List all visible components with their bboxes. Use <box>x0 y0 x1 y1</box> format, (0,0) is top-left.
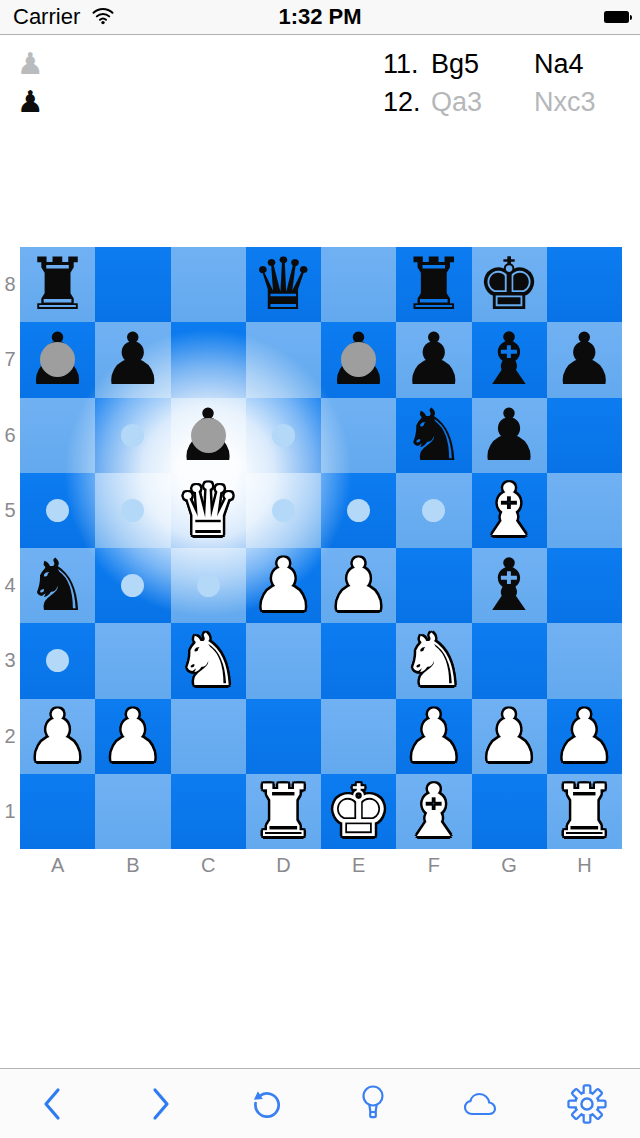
white-pawn[interactable]: ♟ <box>477 699 542 774</box>
square-c2[interactable] <box>171 699 246 774</box>
white-pawn[interactable]: ♟ <box>251 548 316 623</box>
square-e2[interactable] <box>321 699 396 774</box>
capture-target-marker <box>191 418 226 453</box>
rank-label: 2 <box>0 699 20 774</box>
chevron-right-icon <box>147 1086 173 1122</box>
square-f1[interactable]: ♝ <box>396 774 471 849</box>
rank-label: 1 <box>0 774 20 849</box>
white-knight[interactable]: ♞ <box>402 623 467 698</box>
move-number: 12. <box>383 84 421 120</box>
square-g2[interactable]: ♟ <box>472 699 547 774</box>
square-d2[interactable] <box>246 699 321 774</box>
white-rook[interactable]: ♜ <box>251 774 316 849</box>
legal-move-dot[interactable] <box>197 574 220 597</box>
black-king[interactable]: ♚ <box>477 247 542 322</box>
square-d1[interactable]: ♜ <box>246 774 321 849</box>
square-h5[interactable] <box>547 473 622 548</box>
toolbar <box>0 1068 640 1138</box>
square-h3[interactable] <box>547 623 622 698</box>
square-f8[interactable]: ♜ <box>396 247 471 322</box>
square-f5[interactable] <box>396 473 471 548</box>
square-c5[interactable]: ♛ <box>171 473 246 548</box>
chess-board: ♜♛♜♚♟♟♟♟♝♟♟♞♟♛♝♞♟♟♝♞♞♟♟♟♟♟♜♚♝♜ <box>20 247 622 849</box>
square-f4[interactable] <box>396 548 471 623</box>
square-d8[interactable]: ♛ <box>246 247 321 322</box>
square-g6[interactable]: ♟ <box>472 398 547 473</box>
chevron-left-icon <box>40 1086 66 1122</box>
square-d6[interactable] <box>246 398 321 473</box>
square-g5[interactable]: ♝ <box>472 473 547 548</box>
square-b3[interactable] <box>95 623 170 698</box>
white-pawn[interactable]: ♟ <box>402 699 467 774</box>
square-b8[interactable] <box>95 247 170 322</box>
rank-label: 8 <box>0 247 20 322</box>
black-move[interactable]: Nxc3 <box>534 84 596 120</box>
square-c6[interactable]: ♟ <box>171 398 246 473</box>
square-d3[interactable] <box>246 623 321 698</box>
square-g7[interactable]: ♝ <box>472 322 547 397</box>
square-d7[interactable] <box>246 322 321 397</box>
square-b7[interactable]: ♟ <box>95 322 170 397</box>
undo-arrow-icon <box>248 1085 286 1123</box>
white-move[interactable]: Qa3 <box>431 84 482 120</box>
square-c3[interactable]: ♞ <box>171 623 246 698</box>
square-b4[interactable] <box>95 548 170 623</box>
legal-move-dot[interactable] <box>347 499 370 522</box>
move-row: ♟ 11. Bg5 Na4 <box>0 46 640 82</box>
square-h2[interactable]: ♟ <box>547 699 622 774</box>
black-pawn-icon: ♟ <box>17 84 44 120</box>
black-pawn[interactable]: ♟ <box>101 322 166 397</box>
square-a5[interactable] <box>20 473 95 548</box>
black-pawn[interactable]: ♟ <box>477 398 542 473</box>
app-screen: Carrier 1:32 PM ♟ 11. Bg5 Na4 ♟ 12. Qa3 … <box>0 0 640 1138</box>
square-d5[interactable] <box>246 473 321 548</box>
square-a8[interactable]: ♜ <box>20 247 95 322</box>
move-row: ♟ 12. Qa3 Nxc3 <box>0 84 640 120</box>
gear-icon <box>567 1084 607 1124</box>
square-g3[interactable] <box>472 623 547 698</box>
square-e7[interactable]: ♟ <box>321 322 396 397</box>
square-e3[interactable] <box>321 623 396 698</box>
square-a7[interactable]: ♟ <box>20 322 95 397</box>
white-king[interactable]: ♚ <box>326 774 391 849</box>
square-e6[interactable] <box>321 398 396 473</box>
legal-move-dot[interactable] <box>121 574 144 597</box>
rank-label: 3 <box>0 623 20 698</box>
square-b6[interactable] <box>95 398 170 473</box>
next-move-button[interactable] <box>107 1069 214 1138</box>
square-a3[interactable] <box>20 623 95 698</box>
rank-label: 7 <box>0 322 20 397</box>
legal-move-dot[interactable] <box>272 424 295 447</box>
square-a4[interactable]: ♞ <box>20 548 95 623</box>
previous-move-button[interactable] <box>0 1069 107 1138</box>
black-bishop[interactable]: ♝ <box>477 548 542 623</box>
square-c1[interactable] <box>171 774 246 849</box>
square-b5[interactable] <box>95 473 170 548</box>
battery-icon <box>604 11 633 23</box>
square-e4[interactable]: ♟ <box>321 548 396 623</box>
square-h4[interactable] <box>547 548 622 623</box>
square-a2[interactable]: ♟ <box>20 699 95 774</box>
square-g8[interactable]: ♚ <box>472 247 547 322</box>
square-h7[interactable]: ♟ <box>547 322 622 397</box>
black-pawn[interactable]: ♟ <box>552 322 617 397</box>
white-move[interactable]: Bg5 <box>431 46 479 82</box>
file-label: A <box>20 852 95 878</box>
legal-move-dot[interactable] <box>422 499 445 522</box>
rank-label: 5 <box>0 473 20 548</box>
square-b2[interactable]: ♟ <box>95 699 170 774</box>
file-label: C <box>171 852 246 878</box>
square-a1[interactable] <box>20 774 95 849</box>
black-knight[interactable]: ♞ <box>402 398 467 473</box>
legal-move-dot[interactable] <box>46 649 69 672</box>
white-knight[interactable]: ♞ <box>176 623 241 698</box>
file-label: B <box>95 852 170 878</box>
white-pawn[interactable]: ♟ <box>101 699 166 774</box>
square-b1[interactable] <box>95 774 170 849</box>
black-bishop[interactable]: ♝ <box>477 322 542 397</box>
square-f3[interactable]: ♞ <box>396 623 471 698</box>
square-e8[interactable] <box>321 247 396 322</box>
rank-labels: 87654321 <box>0 247 20 849</box>
move-number: 11. <box>383 46 419 82</box>
white-queen[interactable]: ♛ <box>176 473 241 548</box>
square-a6[interactable] <box>20 398 95 473</box>
white-rook[interactable]: ♜ <box>552 774 617 849</box>
rank-label: 4 <box>0 548 20 623</box>
black-rook[interactable]: ♜ <box>25 247 90 322</box>
square-h8[interactable] <box>547 247 622 322</box>
file-label: F <box>396 852 471 878</box>
file-label: G <box>472 852 547 878</box>
black-knight[interactable]: ♞ <box>25 548 90 623</box>
legal-move-dot[interactable] <box>121 499 144 522</box>
file-label: H <box>547 852 622 878</box>
file-label: E <box>321 852 396 878</box>
square-f6[interactable]: ♞ <box>396 398 471 473</box>
square-c4[interactable] <box>171 548 246 623</box>
square-c8[interactable] <box>171 247 246 322</box>
square-g1[interactable] <box>472 774 547 849</box>
white-bishop[interactable]: ♝ <box>402 774 467 849</box>
file-label: D <box>246 852 321 878</box>
square-e1[interactable]: ♚ <box>321 774 396 849</box>
cloud-sync-button[interactable] <box>427 1069 534 1138</box>
black-pawn[interactable]: ♟ <box>402 322 467 397</box>
black-move[interactable]: Na4 <box>534 46 584 82</box>
hint-button[interactable] <box>320 1069 427 1138</box>
white-pawn[interactable]: ♟ <box>25 699 90 774</box>
white-pawn[interactable]: ♟ <box>552 699 617 774</box>
replay-button[interactable] <box>213 1069 320 1138</box>
square-f2[interactable]: ♟ <box>396 699 471 774</box>
square-c7[interactable] <box>171 322 246 397</box>
white-bishop[interactable]: ♝ <box>477 473 542 548</box>
square-g4[interactable]: ♝ <box>472 548 547 623</box>
square-h1[interactable]: ♜ <box>547 774 622 849</box>
settings-button[interactable] <box>533 1069 640 1138</box>
cloud-icon <box>459 1089 501 1119</box>
black-rook[interactable]: ♜ <box>402 247 467 322</box>
square-d4[interactable]: ♟ <box>246 548 321 623</box>
lightbulb-icon <box>360 1084 386 1124</box>
status-bar: Carrier 1:32 PM <box>0 0 640 35</box>
square-h6[interactable] <box>547 398 622 473</box>
legal-move-dot[interactable] <box>46 499 69 522</box>
legal-move-dot[interactable] <box>121 424 144 447</box>
square-e5[interactable] <box>321 473 396 548</box>
legal-move-dot[interactable] <box>272 499 295 522</box>
clock: 1:32 PM <box>0 4 640 30</box>
rank-label: 6 <box>0 398 20 473</box>
square-f7[interactable]: ♟ <box>396 322 471 397</box>
white-pawn[interactable]: ♟ <box>326 548 391 623</box>
black-queen[interactable]: ♛ <box>251 247 316 322</box>
white-pawn-icon: ♟ <box>17 46 44 82</box>
file-labels: ABCDEFGH <box>20 852 622 878</box>
